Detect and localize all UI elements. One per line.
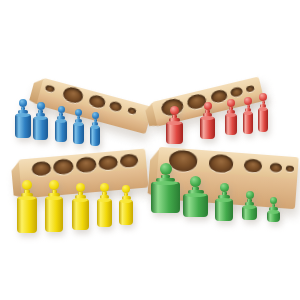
- cylinder-blue-1-knob: [19, 99, 27, 107]
- cylinder-yellow-2-body: [45, 197, 63, 232]
- cylinder-green-3-body: [215, 199, 233, 221]
- cylinder-blue-5-body: [90, 126, 100, 146]
- cylinder-yellow-1-knob: [22, 180, 32, 190]
- cylinder-yellow-4-top-rim: [98, 198, 111, 202]
- cylinder-red-4: [243, 97, 253, 134]
- cylinder-blue-3-knob: [58, 106, 65, 113]
- cylinder-red-5-body: [258, 108, 268, 132]
- cylinder-blue-4-top-rim: [74, 122, 84, 126]
- cylinder-blue-2-top-rim: [34, 116, 47, 120]
- cylinder-yellow-2-top-rim: [46, 196, 62, 200]
- wood-block-green-socket-3: [244, 159, 263, 174]
- cylinder-red-5: [258, 93, 268, 132]
- cylinder-red-3-top-rim: [226, 113, 237, 117]
- wood-block-red-socket-5: [246, 85, 255, 93]
- cylinder-yellow-5-body: [119, 200, 133, 225]
- wood-block-yellow-socket-1: [31, 161, 51, 177]
- wood-block-blue-socket-5: [127, 107, 136, 115]
- cylinder-blue-4-knob: [75, 109, 82, 116]
- cylinder-yellow-4-body: [97, 199, 112, 227]
- cylinder-yellow-3: [72, 183, 89, 230]
- wood-block-yellow-socket-2: [53, 159, 74, 175]
- wood-block-green-socket-2: [208, 154, 233, 174]
- wood-block-yellow-socket-4: [98, 155, 118, 171]
- cylinder-blue-4-body: [73, 123, 84, 144]
- cylinder-red-3: [225, 99, 237, 135]
- cylinder-blue-1-top-rim: [16, 113, 30, 117]
- wood-block-blue-socket-4: [109, 100, 123, 112]
- cylinder-yellow-2-knob: [49, 180, 59, 190]
- cylinder-green-1-top-rim: [153, 181, 179, 185]
- cylinder-green-1-body: [151, 182, 180, 213]
- cylinder-green-3-knob: [220, 183, 229, 192]
- cylinder-blue-3: [55, 106, 67, 142]
- cylinder-blue-1-body: [15, 114, 31, 138]
- wood-block-yellow-socket-5: [119, 154, 138, 169]
- cylinder-red-4-top-rim: [244, 111, 253, 115]
- cylinder-green-4-knob: [246, 191, 254, 199]
- cylinder-green-4: [242, 191, 257, 220]
- wood-block-red-socket-4: [229, 86, 243, 97]
- wood-block-blue-socket-3: [88, 93, 107, 109]
- cylinder-blue-2-knob: [37, 102, 45, 110]
- cylinder-blue-2-body: [33, 117, 48, 140]
- cylinder-yellow-2: [45, 180, 63, 232]
- cylinder-yellow-5: [119, 185, 133, 225]
- cylinder-green-2: [183, 176, 208, 217]
- cylinder-red-5-knob: [259, 93, 267, 101]
- cylinder-red-4-body: [243, 112, 253, 134]
- cylinder-blue-3-body: [55, 120, 67, 142]
- cylinder-red-1-knob: [170, 106, 179, 115]
- cylinder-red-2: [200, 102, 215, 139]
- cylinder-blue-1: [15, 99, 31, 138]
- cylinder-blue-5: [90, 112, 100, 146]
- cylinder-yellow-4: [97, 183, 112, 227]
- cylinder-red-2-body: [200, 117, 215, 139]
- cylinder-green-4-body: [242, 206, 257, 220]
- cylinder-red-5-top-rim: [259, 107, 268, 111]
- cylinder-green-4-top-rim: [243, 205, 256, 209]
- cylinder-green-3-top-rim: [216, 198, 232, 202]
- cylinder-yellow-1-top-rim: [18, 196, 36, 200]
- cylinder-green-5-knob: [270, 197, 277, 204]
- cylinder-green-3: [215, 183, 233, 221]
- cylinder-green-5-body: [267, 211, 280, 222]
- cylinder-yellow-3-top-rim: [73, 198, 88, 202]
- cylinder-blue-5-top-rim: [91, 125, 100, 129]
- cylinder-green-5-top-rim: [268, 210, 279, 214]
- cylinder-green-1: [151, 163, 180, 213]
- cylinder-yellow-3-knob: [76, 183, 85, 192]
- cylinder-yellow-3-body: [72, 199, 89, 230]
- cylinder-red-1-top-rim: [167, 121, 182, 125]
- cylinder-yellow-1-body: [17, 197, 37, 233]
- cylinder-green-2-body: [183, 194, 208, 217]
- cylinder-red-1: [166, 106, 183, 144]
- cylinder-green-5: [267, 197, 280, 222]
- cylinder-red-3-knob: [227, 99, 235, 107]
- wood-block-blue-socket-1: [45, 84, 55, 93]
- cylinder-red-3-body: [225, 114, 237, 135]
- cylinder-yellow-1: [17, 180, 37, 233]
- cylinder-blue-5-knob: [92, 112, 99, 119]
- cylinder-red-2-knob: [204, 102, 212, 110]
- cylinder-yellow-5-knob: [122, 185, 130, 193]
- cylinder-red-2-top-rim: [201, 116, 214, 120]
- cylinder-blue-4: [73, 109, 84, 144]
- cylinder-red-1-body: [166, 122, 183, 144]
- cylinder-blue-2: [33, 102, 48, 140]
- cylinder-blue-3-top-rim: [56, 119, 67, 123]
- cylinder-green-2-top-rim: [185, 193, 207, 197]
- cylinder-green-1-knob: [160, 163, 172, 175]
- cylinder-red-4-knob: [244, 97, 252, 105]
- cylinder-yellow-5-top-rim: [120, 199, 132, 203]
- product-photo-montessori-cylinder-blocks: [0, 0, 300, 300]
- wood-block-green-socket-5: [286, 166, 294, 172]
- cylinder-yellow-4-knob: [100, 183, 109, 192]
- wood-block-yellow-socket-3: [75, 157, 96, 173]
- wood-block-green-socket-4: [269, 163, 282, 173]
- cylinder-green-2-knob: [190, 176, 201, 187]
